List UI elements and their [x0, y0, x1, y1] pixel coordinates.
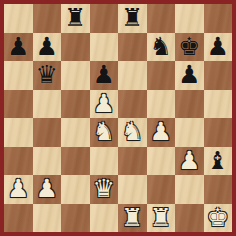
square-a5[interactable]	[4, 90, 33, 119]
square-c4[interactable]	[61, 118, 90, 147]
white-knight-e4[interactable]: ♞	[121, 118, 143, 147]
square-f7[interactable]: ♞	[147, 33, 176, 62]
square-b2[interactable]: ♟	[33, 175, 62, 204]
square-g8[interactable]	[175, 4, 204, 33]
square-d1[interactable]	[90, 204, 119, 233]
square-h6[interactable]	[204, 61, 233, 90]
black-rook-e8[interactable]: ♜	[121, 4, 143, 33]
square-a1[interactable]	[4, 204, 33, 233]
square-e8[interactable]: ♜	[118, 4, 147, 33]
white-pawn-a2[interactable]: ♟	[7, 175, 29, 204]
square-f6[interactable]	[147, 61, 176, 90]
black-rook-c8[interactable]: ♜	[64, 4, 86, 33]
square-h1[interactable]: ♚	[204, 204, 233, 233]
square-e4[interactable]: ♞	[118, 118, 147, 147]
white-pawn-b2[interactable]: ♟	[36, 175, 58, 204]
square-b7[interactable]: ♟	[33, 33, 62, 62]
square-h7[interactable]: ♟	[204, 33, 233, 62]
square-a3[interactable]	[4, 147, 33, 176]
square-h2[interactable]	[204, 175, 233, 204]
square-c6[interactable]	[61, 61, 90, 90]
square-d4[interactable]: ♞	[90, 118, 119, 147]
square-a7[interactable]: ♟	[4, 33, 33, 62]
square-e5[interactable]	[118, 90, 147, 119]
square-a2[interactable]: ♟	[4, 175, 33, 204]
square-f8[interactable]	[147, 4, 176, 33]
square-c8[interactable]: ♜	[61, 4, 90, 33]
square-b5[interactable]	[33, 90, 62, 119]
square-b1[interactable]	[33, 204, 62, 233]
square-g5[interactable]	[175, 90, 204, 119]
square-a4[interactable]	[4, 118, 33, 147]
square-b6[interactable]: ♛	[33, 61, 62, 90]
square-e2[interactable]	[118, 175, 147, 204]
square-f2[interactable]	[147, 175, 176, 204]
white-rook-f1[interactable]: ♜	[150, 204, 172, 233]
square-g6[interactable]: ♟	[175, 61, 204, 90]
square-e3[interactable]	[118, 147, 147, 176]
square-c3[interactable]	[61, 147, 90, 176]
square-d8[interactable]	[90, 4, 119, 33]
black-queen-b6[interactable]: ♛	[36, 61, 58, 90]
square-c2[interactable]	[61, 175, 90, 204]
chess-board: ♜♜♟♟♞♚♟♛♟♟♟♞♞♟♟♝♟♟♛♜♜♚	[4, 4, 232, 232]
square-d5[interactable]: ♟	[90, 90, 119, 119]
white-queen-d2[interactable]: ♛	[93, 175, 115, 204]
square-g3[interactable]: ♟	[175, 147, 204, 176]
white-pawn-g3[interactable]: ♟	[178, 147, 200, 176]
square-a8[interactable]	[4, 4, 33, 33]
square-d6[interactable]: ♟	[90, 61, 119, 90]
square-e7[interactable]	[118, 33, 147, 62]
black-pawn-g6[interactable]: ♟	[178, 61, 200, 90]
square-e1[interactable]: ♜	[118, 204, 147, 233]
board-frame: ♜♜♟♟♞♚♟♛♟♟♟♞♞♟♟♝♟♟♛♜♜♚	[0, 0, 236, 236]
square-a6[interactable]	[4, 61, 33, 90]
square-g2[interactable]	[175, 175, 204, 204]
square-f4[interactable]: ♟	[147, 118, 176, 147]
square-b4[interactable]	[33, 118, 62, 147]
square-d7[interactable]	[90, 33, 119, 62]
square-h5[interactable]	[204, 90, 233, 119]
square-c7[interactable]	[61, 33, 90, 62]
square-h8[interactable]	[204, 4, 233, 33]
black-bishop-h3[interactable]: ♝	[207, 147, 229, 176]
square-g4[interactable]	[175, 118, 204, 147]
white-pawn-d5[interactable]: ♟	[93, 90, 115, 119]
square-b3[interactable]	[33, 147, 62, 176]
square-h3[interactable]: ♝	[204, 147, 233, 176]
square-c5[interactable]	[61, 90, 90, 119]
black-pawn-d6[interactable]: ♟	[93, 61, 115, 90]
black-pawn-b7[interactable]: ♟	[36, 33, 58, 62]
black-pawn-h7[interactable]: ♟	[207, 33, 229, 62]
square-f3[interactable]	[147, 147, 176, 176]
square-f1[interactable]: ♜	[147, 204, 176, 233]
black-knight-f7[interactable]: ♞	[150, 33, 172, 62]
square-c1[interactable]	[61, 204, 90, 233]
white-king-h1[interactable]: ♚	[207, 204, 229, 233]
square-d2[interactable]: ♛	[90, 175, 119, 204]
square-g1[interactable]	[175, 204, 204, 233]
white-pawn-f4[interactable]: ♟	[150, 118, 172, 147]
white-knight-d4[interactable]: ♞	[93, 118, 115, 147]
white-rook-e1[interactable]: ♜	[121, 204, 143, 233]
square-f5[interactable]	[147, 90, 176, 119]
square-e6[interactable]	[118, 61, 147, 90]
black-pawn-a7[interactable]: ♟	[7, 33, 29, 62]
square-b8[interactable]	[33, 4, 62, 33]
square-d3[interactable]	[90, 147, 119, 176]
square-g7[interactable]: ♚	[175, 33, 204, 62]
square-h4[interactable]	[204, 118, 233, 147]
black-king-g7[interactable]: ♚	[178, 33, 200, 62]
